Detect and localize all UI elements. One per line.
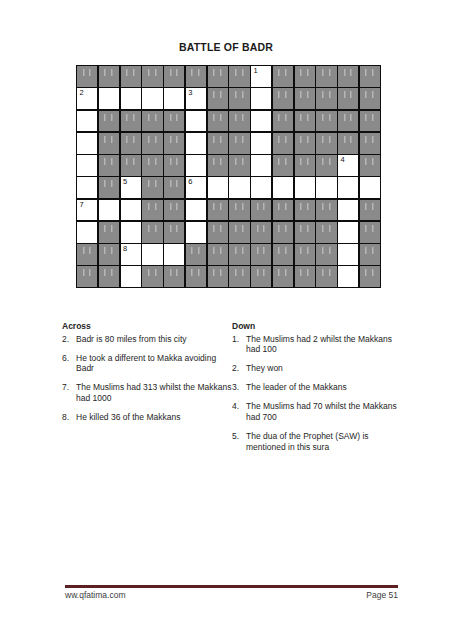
letter-cell[interactable] xyxy=(186,200,206,221)
block-cell xyxy=(273,111,293,132)
block-cell xyxy=(295,111,315,132)
clue-number: 8. xyxy=(62,412,76,423)
block-cell xyxy=(316,111,336,132)
block-cell xyxy=(164,266,184,287)
block-cell xyxy=(316,88,336,109)
block-cell xyxy=(295,222,315,243)
letter-cell[interactable] xyxy=(208,177,228,198)
letter-cell[interactable] xyxy=(251,133,271,154)
letter-cell[interactable] xyxy=(273,177,293,198)
block-cell xyxy=(360,133,380,154)
clue-text: The leader of the Makkans xyxy=(246,382,404,393)
block-cell xyxy=(229,66,249,87)
block-cell xyxy=(360,155,380,176)
clue-text: Badr is 80 miles from this city xyxy=(76,334,234,345)
clue-text: The dua of the Prophet (SAW) is mentione… xyxy=(246,431,404,452)
block-cell xyxy=(99,133,119,154)
clue-number: 3. xyxy=(232,382,246,393)
block-cell xyxy=(273,222,293,243)
block-cell xyxy=(186,266,206,287)
block-cell xyxy=(273,133,293,154)
block-cell xyxy=(99,266,119,287)
clue-item: 8.He killed 36 of the Makkans xyxy=(62,412,234,423)
block-cell xyxy=(251,222,271,243)
letter-cell[interactable]: 8 xyxy=(121,244,141,265)
block-cell xyxy=(273,66,293,87)
block-cell xyxy=(338,133,358,154)
clue-number: 7. xyxy=(62,382,76,403)
block-cell xyxy=(316,266,336,287)
block-cell xyxy=(360,66,380,87)
footer: ww.qfatima.com Page 51 xyxy=(65,590,398,600)
cell-number: 7 xyxy=(80,201,84,209)
block-cell xyxy=(229,244,249,265)
clue-item: 6.He took a different to Makka avoiding … xyxy=(62,353,234,374)
letter-cell[interactable]: 1 xyxy=(251,66,271,87)
letter-cell[interactable] xyxy=(229,177,249,198)
block-cell xyxy=(208,200,228,221)
block-cell xyxy=(295,200,315,221)
across-clue-list: 2.Badr is 80 miles from this city6.He to… xyxy=(62,334,234,423)
clue-item: 4.The Muslims had 70 whilst the Makkans … xyxy=(232,401,404,422)
block-cell xyxy=(208,155,228,176)
block-cell xyxy=(360,88,380,109)
letter-cell[interactable] xyxy=(121,266,141,287)
letter-cell[interactable] xyxy=(99,200,119,221)
block-cell xyxy=(295,133,315,154)
down-clues-section: Down 1.The Muslims had 2 whilst the Makk… xyxy=(232,321,404,461)
clue-item: 7.The Muslims had 313 whilst the Makkans… xyxy=(62,382,234,403)
letter-cell[interactable] xyxy=(186,155,206,176)
cell-number: 4 xyxy=(341,156,345,164)
letter-cell[interactable] xyxy=(186,111,206,132)
letter-cell[interactable]: 3 xyxy=(186,88,206,109)
block-cell xyxy=(208,266,228,287)
block-cell xyxy=(338,111,358,132)
letter-cell[interactable]: 4 xyxy=(338,155,358,176)
block-cell xyxy=(142,155,162,176)
clue-text: He took a different to Makka avoiding Ba… xyxy=(76,353,234,374)
block-cell xyxy=(208,133,228,154)
letter-cell[interactable] xyxy=(77,155,97,176)
block-cell xyxy=(316,133,336,154)
clue-item: 5.The dua of the Prophet (SAW) is mentio… xyxy=(232,431,404,452)
block-cell xyxy=(77,66,97,87)
block-cell xyxy=(208,111,228,132)
block-cell xyxy=(99,177,119,198)
clue-text: The Muslims had 70 whilst the Makkans ha… xyxy=(246,401,404,422)
block-cell xyxy=(229,200,249,221)
block-cell xyxy=(338,88,358,109)
letter-cell[interactable] xyxy=(142,244,162,265)
block-cell xyxy=(251,266,271,287)
block-cell xyxy=(229,222,249,243)
block-cell xyxy=(77,266,97,287)
block-cell xyxy=(273,266,293,287)
block-cell xyxy=(316,200,336,221)
block-cell xyxy=(121,155,141,176)
block-cell xyxy=(99,111,119,132)
block-cell xyxy=(164,200,184,221)
block-cell xyxy=(360,266,380,287)
block-cell xyxy=(121,133,141,154)
letter-cell[interactable] xyxy=(121,200,141,221)
block-cell xyxy=(273,88,293,109)
letter-cell[interactable] xyxy=(77,111,97,132)
cell-number: 1 xyxy=(254,67,258,75)
block-cell xyxy=(142,200,162,221)
letter-cell[interactable] xyxy=(99,88,119,109)
down-clue-list: 1.The Muslims had 2 whilst the Makkans h… xyxy=(232,334,404,453)
block-cell xyxy=(208,244,228,265)
block-cell xyxy=(164,155,184,176)
block-cell xyxy=(121,111,141,132)
block-cell xyxy=(251,244,271,265)
letter-cell[interactable] xyxy=(77,177,97,198)
block-cell xyxy=(121,66,141,87)
clue-number: 1. xyxy=(232,334,246,355)
letter-cell[interactable]: 5 xyxy=(121,177,141,198)
block-cell xyxy=(338,66,358,87)
letter-cell[interactable] xyxy=(251,88,271,109)
block-cell xyxy=(208,222,228,243)
block-cell xyxy=(142,177,162,198)
block-cell xyxy=(360,222,380,243)
letter-cell[interactable] xyxy=(295,177,315,198)
block-cell xyxy=(142,222,162,243)
block-cell xyxy=(316,222,336,243)
clue-text: They won xyxy=(246,363,404,374)
crossword-grid: 12345678 xyxy=(76,65,381,288)
block-cell xyxy=(273,155,293,176)
clue-number: 2. xyxy=(232,363,246,374)
block-cell xyxy=(164,177,184,198)
block-cell xyxy=(142,133,162,154)
letter-cell[interactable] xyxy=(338,200,358,221)
block-cell xyxy=(316,244,336,265)
block-cell xyxy=(229,111,249,132)
block-cell xyxy=(77,244,97,265)
clue-item: 3.The leader of the Makkans xyxy=(232,382,404,393)
block-cell xyxy=(142,66,162,87)
block-cell xyxy=(99,222,119,243)
clue-text: The Muslims had 2 whilst the Makkans had… xyxy=(246,334,404,355)
block-cell xyxy=(229,133,249,154)
block-cell xyxy=(208,88,228,109)
cell-number: 8 xyxy=(123,245,127,253)
block-cell xyxy=(316,66,336,87)
letter-cell[interactable] xyxy=(338,244,358,265)
block-cell xyxy=(99,155,119,176)
letter-cell[interactable] xyxy=(164,88,184,109)
letter-cell[interactable] xyxy=(338,266,358,287)
cell-number: 2 xyxy=(80,89,84,97)
clue-number: 2. xyxy=(62,334,76,345)
letter-cell[interactable] xyxy=(121,222,141,243)
clue-item: 2.They won xyxy=(232,363,404,374)
page-title: BATTLE OF BADR xyxy=(0,41,452,53)
block-cell xyxy=(99,244,119,265)
footer-rule xyxy=(65,585,398,588)
letter-cell[interactable] xyxy=(316,177,336,198)
block-cell xyxy=(360,200,380,221)
footer-website: ww.qfatima.com xyxy=(65,590,125,600)
letter-cell[interactable] xyxy=(251,177,271,198)
block-cell xyxy=(360,111,380,132)
block-cell xyxy=(229,266,249,287)
clue-text: He killed 36 of the Makkans xyxy=(76,412,234,423)
letter-cell[interactable] xyxy=(121,88,141,109)
across-header: Across xyxy=(62,321,234,332)
clue-number: 4. xyxy=(232,401,246,422)
block-cell xyxy=(251,200,271,221)
clue-number: 5. xyxy=(232,431,246,452)
letter-cell[interactable] xyxy=(338,222,358,243)
letter-cell[interactable]: 2 xyxy=(77,88,97,109)
clue-item: 1.The Muslims had 2 whilst the Makkans h… xyxy=(232,334,404,355)
letter-cell[interactable] xyxy=(77,133,97,154)
block-cell xyxy=(316,155,336,176)
letter-cell[interactable] xyxy=(251,155,271,176)
letter-cell[interactable] xyxy=(186,222,206,243)
block-cell xyxy=(360,244,380,265)
letter-cell[interactable] xyxy=(77,222,97,243)
block-cell xyxy=(295,244,315,265)
block-cell xyxy=(295,88,315,109)
cell-number: 6 xyxy=(188,178,192,186)
cell-number: 5 xyxy=(123,178,127,186)
letter-cell[interactable] xyxy=(251,111,271,132)
down-header: Down xyxy=(232,321,404,332)
clue-item: 2.Badr is 80 miles from this city xyxy=(62,334,234,345)
block-cell xyxy=(208,66,228,87)
block-cell xyxy=(295,66,315,87)
block-cell xyxy=(142,111,162,132)
footer-page-number: Page 51 xyxy=(366,590,398,600)
clue-number: 6. xyxy=(62,353,76,374)
letter-cell[interactable] xyxy=(186,133,206,154)
across-clues-section: Across 2.Badr is 80 miles from this city… xyxy=(62,321,234,431)
block-cell xyxy=(186,244,206,265)
block-cell xyxy=(229,88,249,109)
block-cell xyxy=(164,133,184,154)
block-cell xyxy=(164,111,184,132)
cell-number: 3 xyxy=(188,89,192,97)
letter-cell[interactable] xyxy=(142,88,162,109)
block-cell xyxy=(295,155,315,176)
block-cell xyxy=(273,200,293,221)
letter-cell[interactable] xyxy=(338,177,358,198)
block-cell xyxy=(295,266,315,287)
letter-cell[interactable] xyxy=(360,177,380,198)
letter-cell[interactable]: 7 xyxy=(77,200,97,221)
letter-cell[interactable] xyxy=(164,244,184,265)
block-cell xyxy=(186,66,206,87)
block-cell xyxy=(142,266,162,287)
block-cell xyxy=(164,222,184,243)
block-cell xyxy=(273,244,293,265)
clue-text: The Muslims had 313 whilst the Makkans h… xyxy=(76,382,234,403)
block-cell xyxy=(229,155,249,176)
block-cell xyxy=(99,66,119,87)
block-cell xyxy=(164,66,184,87)
letter-cell[interactable]: 6 xyxy=(186,177,206,198)
